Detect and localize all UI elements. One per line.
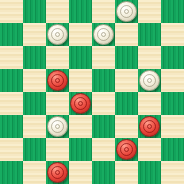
square-r0c7[interactable] [161, 0, 184, 23]
square-r2c1[interactable] [23, 46, 46, 69]
white-man-piece[interactable] [47, 116, 68, 137]
square-r2c3[interactable] [69, 46, 92, 69]
square-r7c4[interactable] [92, 161, 115, 184]
square-r0c4[interactable] [92, 0, 115, 23]
square-r6c0[interactable] [0, 138, 23, 161]
white-man-piece[interactable] [116, 1, 137, 22]
square-r3c3[interactable] [69, 69, 92, 92]
square-r7c0[interactable] [0, 161, 23, 184]
white-man-piece[interactable] [47, 24, 68, 45]
square-r4c6[interactable] [138, 92, 161, 115]
square-r3c1[interactable] [23, 69, 46, 92]
square-r7c7[interactable] [161, 161, 184, 184]
square-r0c0[interactable] [0, 0, 23, 23]
square-r4c1[interactable] [23, 92, 46, 115]
red-man-piece[interactable] [139, 116, 160, 137]
red-man-piece[interactable] [47, 70, 68, 91]
square-r1c7[interactable] [161, 23, 184, 46]
square-r5c5[interactable] [115, 115, 138, 138]
square-r3c5[interactable] [115, 69, 138, 92]
square-r6c2[interactable] [46, 138, 69, 161]
square-r4c5[interactable] [115, 92, 138, 115]
square-r3c2[interactable] [46, 69, 69, 92]
red-man-piece[interactable] [116, 139, 137, 160]
square-r3c4[interactable] [92, 69, 115, 92]
square-r0c1[interactable] [23, 0, 46, 23]
square-r3c0[interactable] [0, 69, 23, 92]
square-r6c5[interactable] [115, 138, 138, 161]
square-r6c6[interactable] [138, 138, 161, 161]
checkers-board [0, 0, 184, 184]
square-r5c2[interactable] [46, 115, 69, 138]
square-r1c3[interactable] [69, 23, 92, 46]
square-r0c6[interactable] [138, 0, 161, 23]
square-r1c6[interactable] [138, 23, 161, 46]
square-r2c4[interactable] [92, 46, 115, 69]
square-r1c4[interactable] [92, 23, 115, 46]
square-r7c2[interactable] [46, 161, 69, 184]
red-man-piece[interactable] [70, 93, 91, 114]
square-r6c3[interactable] [69, 138, 92, 161]
square-r1c5[interactable] [115, 23, 138, 46]
square-r5c6[interactable] [138, 115, 161, 138]
square-r0c2[interactable] [46, 0, 69, 23]
white-man-piece[interactable] [93, 24, 114, 45]
square-r2c0[interactable] [0, 46, 23, 69]
square-r6c1[interactable] [23, 138, 46, 161]
white-man-piece[interactable] [139, 70, 160, 91]
square-r5c0[interactable] [0, 115, 23, 138]
square-r1c0[interactable] [0, 23, 23, 46]
square-r4c3[interactable] [69, 92, 92, 115]
red-man-piece[interactable] [47, 162, 68, 183]
square-r5c4[interactable] [92, 115, 115, 138]
square-r4c7[interactable] [161, 92, 184, 115]
square-r7c3[interactable] [69, 161, 92, 184]
square-r0c3[interactable] [69, 0, 92, 23]
square-r1c1[interactable] [23, 23, 46, 46]
square-r7c1[interactable] [23, 161, 46, 184]
square-r1c2[interactable] [46, 23, 69, 46]
square-r3c6[interactable] [138, 69, 161, 92]
square-r0c5[interactable] [115, 0, 138, 23]
square-r2c6[interactable] [138, 46, 161, 69]
square-r5c1[interactable] [23, 115, 46, 138]
square-r4c0[interactable] [0, 92, 23, 115]
square-r2c2[interactable] [46, 46, 69, 69]
square-r3c7[interactable] [161, 69, 184, 92]
square-r2c5[interactable] [115, 46, 138, 69]
square-r4c4[interactable] [92, 92, 115, 115]
square-r4c2[interactable] [46, 92, 69, 115]
square-r7c5[interactable] [115, 161, 138, 184]
square-r6c4[interactable] [92, 138, 115, 161]
square-r7c6[interactable] [138, 161, 161, 184]
square-r5c3[interactable] [69, 115, 92, 138]
square-r2c7[interactable] [161, 46, 184, 69]
square-r6c7[interactable] [161, 138, 184, 161]
square-r5c7[interactable] [161, 115, 184, 138]
